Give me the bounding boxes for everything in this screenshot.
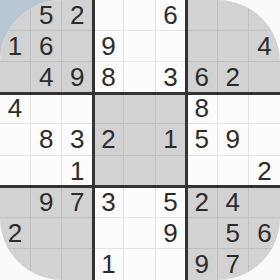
- cell-r2c9[interactable]: 4: [249, 31, 280, 62]
- cell-r7c8[interactable]: 4: [218, 187, 249, 218]
- cell-r4c9[interactable]: [249, 93, 280, 124]
- cell-r3c4[interactable]: 8: [93, 62, 124, 93]
- cell-r5c3[interactable]: 3: [62, 124, 93, 155]
- cell-r5c1[interactable]: [0, 124, 31, 155]
- cell-r1c4[interactable]: [93, 0, 124, 31]
- sudoku-grid: 526169449836248832159129735242956197: [0, 0, 280, 280]
- cell-r3c5[interactable]: [124, 62, 155, 93]
- cell-r2c6[interactable]: [156, 31, 187, 62]
- cell-r3c6[interactable]: 3: [156, 62, 187, 93]
- cell-r4c6[interactable]: [156, 93, 187, 124]
- cell-r6c5[interactable]: [124, 156, 155, 187]
- cell-r5c6[interactable]: 1: [156, 124, 187, 155]
- cell-r1c7[interactable]: [187, 0, 218, 31]
- cell-r6c2[interactable]: [31, 156, 62, 187]
- cell-r5c5[interactable]: [124, 124, 155, 155]
- cell-r2c4[interactable]: 9: [93, 31, 124, 62]
- cell-r1c6[interactable]: 6: [156, 0, 187, 31]
- cell-r8c4[interactable]: [93, 218, 124, 249]
- cell-r8c1[interactable]: 2: [0, 218, 31, 249]
- cell-r9c7[interactable]: 9: [187, 249, 218, 280]
- cell-r4c2[interactable]: [31, 93, 62, 124]
- block-divider-horizontal-2: [0, 185, 280, 188]
- cell-r7c1[interactable]: [0, 187, 31, 218]
- cell-r2c1[interactable]: 1: [0, 31, 31, 62]
- cell-r1c2[interactable]: 5: [31, 0, 62, 31]
- cell-r8c6[interactable]: 9: [156, 218, 187, 249]
- cell-r1c9[interactable]: [249, 0, 280, 31]
- cell-r6c4[interactable]: [93, 156, 124, 187]
- block-divider-vertical-1: [92, 0, 95, 280]
- cell-r9c1[interactable]: [0, 249, 31, 280]
- cell-r5c7[interactable]: 5: [187, 124, 218, 155]
- cell-r7c9[interactable]: [249, 187, 280, 218]
- sudoku-app-icon[interactable]: 526169449836248832159129735242956197: [0, 0, 280, 280]
- cell-r6c1[interactable]: [0, 156, 31, 187]
- cell-r1c5[interactable]: [124, 0, 155, 31]
- cell-r2c2[interactable]: 6: [31, 31, 62, 62]
- cell-r6c6[interactable]: [156, 156, 187, 187]
- cell-r3c8[interactable]: 2: [218, 62, 249, 93]
- cell-r6c3[interactable]: 1: [62, 156, 93, 187]
- cell-r3c3[interactable]: 9: [62, 62, 93, 93]
- cell-r4c7[interactable]: 8: [187, 93, 218, 124]
- cell-r3c2[interactable]: 4: [31, 62, 62, 93]
- cell-r8c2[interactable]: [31, 218, 62, 249]
- cell-r7c4[interactable]: 3: [93, 187, 124, 218]
- cell-r7c5[interactable]: [124, 187, 155, 218]
- cell-r9c8[interactable]: 7: [218, 249, 249, 280]
- cell-r5c8[interactable]: 9: [218, 124, 249, 155]
- cell-r4c4[interactable]: [93, 93, 124, 124]
- block-divider-vertical-2: [185, 0, 188, 280]
- cell-r7c7[interactable]: 2: [187, 187, 218, 218]
- cell-r1c3[interactable]: 2: [62, 0, 93, 31]
- cell-r6c9[interactable]: 2: [249, 156, 280, 187]
- cell-r8c7[interactable]: [187, 218, 218, 249]
- cell-r4c3[interactable]: [62, 93, 93, 124]
- cell-r9c4[interactable]: 1: [93, 249, 124, 280]
- cell-r8c3[interactable]: [62, 218, 93, 249]
- cell-r9c9[interactable]: [249, 249, 280, 280]
- cell-r6c8[interactable]: [218, 156, 249, 187]
- cell-r9c5[interactable]: [124, 249, 155, 280]
- cell-r5c2[interactable]: 8: [31, 124, 62, 155]
- cell-r5c4[interactable]: 2: [93, 124, 124, 155]
- cell-r9c2[interactable]: [31, 249, 62, 280]
- cell-r7c6[interactable]: 5: [156, 187, 187, 218]
- cell-r8c8[interactable]: 5: [218, 218, 249, 249]
- cell-r3c9[interactable]: [249, 62, 280, 93]
- cell-r4c8[interactable]: [218, 93, 249, 124]
- cell-r8c5[interactable]: [124, 218, 155, 249]
- cell-r9c3[interactable]: [62, 249, 93, 280]
- cell-r2c5[interactable]: [124, 31, 155, 62]
- cell-r7c2[interactable]: 9: [31, 187, 62, 218]
- screenshot-stage: 526169449836248832159129735242956197: [0, 0, 280, 280]
- cell-r1c8[interactable]: [218, 0, 249, 31]
- cell-r4c1[interactable]: 4: [0, 93, 31, 124]
- cell-r8c9[interactable]: 6: [249, 218, 280, 249]
- cell-r2c7[interactable]: [187, 31, 218, 62]
- cell-r4c5[interactable]: [124, 93, 155, 124]
- cell-r5c9[interactable]: [249, 124, 280, 155]
- cell-r9c6[interactable]: [156, 249, 187, 280]
- cell-r3c7[interactable]: 6: [187, 62, 218, 93]
- cell-r3c1[interactable]: [0, 62, 31, 93]
- cell-r2c8[interactable]: [218, 31, 249, 62]
- cell-r6c7[interactable]: [187, 156, 218, 187]
- cell-r7c3[interactable]: 7: [62, 187, 93, 218]
- cell-r2c3[interactable]: [62, 31, 93, 62]
- block-divider-horizontal-1: [0, 92, 280, 95]
